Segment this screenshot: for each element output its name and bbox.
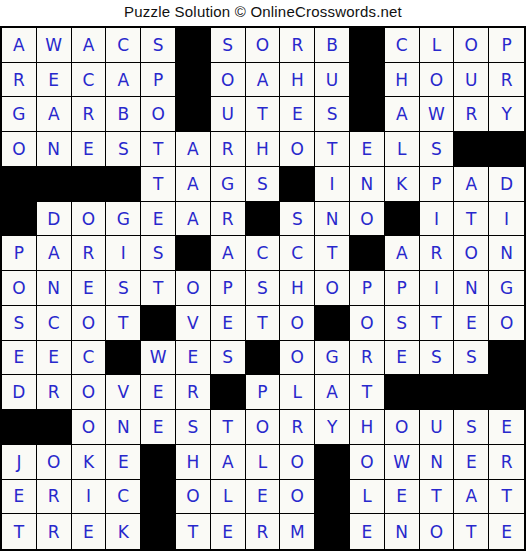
block-cell <box>315 445 350 480</box>
letter-cell: Y <box>489 97 524 132</box>
letter-cell: S <box>211 341 246 376</box>
letter-cell: R <box>176 375 211 410</box>
letter-cell: M <box>280 514 315 549</box>
letter-cell: P <box>350 271 385 306</box>
letter-cell: E <box>37 341 72 376</box>
letter-cell: S <box>106 132 141 167</box>
letter-cell: W <box>141 341 176 376</box>
letter-cell: O <box>315 271 350 306</box>
letter-cell: T <box>211 410 246 445</box>
letter-cell: S <box>246 167 281 202</box>
letter-cell: T <box>420 480 455 515</box>
block-cell <box>37 410 72 445</box>
letter-cell: E <box>72 132 107 167</box>
letter-cell: L <box>280 375 315 410</box>
letter-cell: R <box>2 63 37 98</box>
letter-cell: H <box>280 63 315 98</box>
letter-cell: L <box>385 132 420 167</box>
letter-cell: A <box>211 445 246 480</box>
letter-cell: C <box>37 306 72 341</box>
letter-cell: H <box>176 445 211 480</box>
letter-cell: S <box>141 236 176 271</box>
block-cell <box>350 97 385 132</box>
letter-cell: N <box>37 271 72 306</box>
block-cell <box>420 375 455 410</box>
letter-cell: A <box>37 97 72 132</box>
block-cell <box>2 202 37 237</box>
letter-cell: A <box>176 167 211 202</box>
block-cell <box>176 28 211 63</box>
letter-cell: R <box>37 375 72 410</box>
letter-cell: T <box>350 375 385 410</box>
letter-cell: S <box>454 341 489 376</box>
letter-cell: E <box>454 445 489 480</box>
letter-cell: E <box>350 514 385 549</box>
letter-cell: K <box>72 445 107 480</box>
block-cell <box>350 28 385 63</box>
letter-cell: C <box>106 480 141 515</box>
letter-cell: T <box>489 480 524 515</box>
letter-cell: H <box>385 63 420 98</box>
letter-cell: H <box>350 410 385 445</box>
letter-cell: E <box>37 63 72 98</box>
letter-cell: A <box>315 375 350 410</box>
letter-cell: I <box>315 167 350 202</box>
letter-cell: P <box>2 236 37 271</box>
letter-cell: E <box>2 480 37 515</box>
letter-cell: A <box>454 167 489 202</box>
letter-cell: R <box>211 202 246 237</box>
puzzle-solution-page: Puzzle Solution © OnlineCrosswords.net A… <box>0 0 526 551</box>
block-cell <box>141 445 176 480</box>
letter-cell: O <box>454 236 489 271</box>
letter-cell: E <box>106 445 141 480</box>
letter-cell: O <box>141 97 176 132</box>
letter-cell: E <box>489 410 524 445</box>
letter-cell: C <box>246 236 281 271</box>
letter-cell: N <box>315 202 350 237</box>
letter-cell: L <box>350 480 385 515</box>
letter-cell: O <box>72 375 107 410</box>
block-cell <box>141 306 176 341</box>
letter-cell: A <box>385 236 420 271</box>
letter-cell: T <box>141 132 176 167</box>
letter-cell: R <box>280 28 315 63</box>
block-cell <box>315 514 350 549</box>
letter-cell: O <box>2 271 37 306</box>
letter-cell: R <box>72 97 107 132</box>
block-cell <box>176 63 211 98</box>
letter-cell: T <box>141 167 176 202</box>
letter-cell: P <box>211 271 246 306</box>
letter-cell: N <box>106 410 141 445</box>
letter-cell: O <box>385 410 420 445</box>
letter-cell: R <box>420 236 455 271</box>
block-cell <box>350 236 385 271</box>
letter-cell: O <box>454 28 489 63</box>
block-cell <box>246 341 281 376</box>
letter-cell: E <box>454 306 489 341</box>
letter-cell: I <box>420 202 455 237</box>
letter-cell: C <box>385 28 420 63</box>
letter-cell: R <box>72 236 107 271</box>
letter-cell: E <box>350 132 385 167</box>
letter-cell: O <box>37 445 72 480</box>
letter-cell: I <box>489 202 524 237</box>
letter-cell: D <box>37 202 72 237</box>
letter-cell: E <box>246 480 281 515</box>
letter-cell: E <box>2 341 37 376</box>
letter-cell: T <box>141 271 176 306</box>
letter-cell: S <box>385 306 420 341</box>
letter-cell: U <box>211 97 246 132</box>
letter-cell: S <box>2 306 37 341</box>
letter-cell: O <box>420 514 455 549</box>
letter-cell: O <box>72 306 107 341</box>
letter-cell: O <box>280 132 315 167</box>
letter-cell: U <box>315 63 350 98</box>
letter-cell: N <box>420 445 455 480</box>
letter-cell: S <box>141 28 176 63</box>
letter-cell: P <box>489 28 524 63</box>
letter-cell: G <box>489 271 524 306</box>
letter-cell: L <box>246 445 281 480</box>
letter-cell: T <box>420 306 455 341</box>
block-cell <box>211 375 246 410</box>
letter-cell: C <box>106 28 141 63</box>
letter-cell: N <box>454 271 489 306</box>
letter-cell: O <box>211 63 246 98</box>
letter-cell: R <box>280 410 315 445</box>
letter-cell: T <box>246 306 281 341</box>
letter-cell: U <box>454 63 489 98</box>
letter-cell: R <box>211 132 246 167</box>
letter-cell: T <box>2 514 37 549</box>
letter-cell: E <box>489 514 524 549</box>
letter-cell: O <box>420 63 455 98</box>
letter-cell: A <box>454 480 489 515</box>
block-cell <box>315 306 350 341</box>
block-cell <box>454 132 489 167</box>
letter-cell: V <box>106 375 141 410</box>
letter-cell: W <box>420 97 455 132</box>
letter-cell: H <box>246 132 281 167</box>
letter-cell: P <box>385 271 420 306</box>
letter-cell: O <box>72 202 107 237</box>
letter-cell: O <box>280 445 315 480</box>
letter-cell: I <box>420 271 455 306</box>
letter-cell: T <box>454 514 489 549</box>
letter-cell: O <box>280 341 315 376</box>
letter-cell: S <box>420 132 455 167</box>
letter-cell: U <box>420 410 455 445</box>
block-cell <box>246 202 281 237</box>
letter-cell: G <box>106 202 141 237</box>
letter-cell: A <box>37 236 72 271</box>
letter-cell: O <box>176 480 211 515</box>
page-title: Puzzle Solution © OnlineCrosswords.net <box>0 0 526 26</box>
letter-cell: O <box>246 410 281 445</box>
letter-cell: E <box>72 271 107 306</box>
letter-cell: G <box>211 167 246 202</box>
letter-cell: E <box>211 306 246 341</box>
block-cell <box>72 167 107 202</box>
letter-cell: S <box>454 410 489 445</box>
block-cell <box>106 341 141 376</box>
letter-cell: O <box>350 306 385 341</box>
letter-cell: B <box>315 28 350 63</box>
letter-cell: A <box>2 28 37 63</box>
block-cell <box>2 410 37 445</box>
letter-cell: A <box>176 202 211 237</box>
letter-cell: S <box>315 97 350 132</box>
letter-cell: A <box>385 97 420 132</box>
letter-cell: E <box>141 410 176 445</box>
letter-cell: A <box>211 236 246 271</box>
letter-cell: O <box>176 271 211 306</box>
letter-cell: O <box>246 28 281 63</box>
letter-cell: T <box>176 514 211 549</box>
letter-cell: E <box>72 514 107 549</box>
letter-cell: K <box>106 514 141 549</box>
letter-cell: D <box>489 167 524 202</box>
block-cell <box>106 167 141 202</box>
block-cell <box>385 375 420 410</box>
block-cell <box>489 132 524 167</box>
letter-cell: A <box>246 63 281 98</box>
letter-cell: P <box>141 63 176 98</box>
letter-cell: P <box>420 167 455 202</box>
letter-cell: E <box>141 202 176 237</box>
letter-cell: S <box>211 28 246 63</box>
block-cell <box>489 375 524 410</box>
letter-cell: W <box>385 445 420 480</box>
letter-cell: I <box>72 480 107 515</box>
block-cell <box>141 514 176 549</box>
letter-cell: R <box>37 514 72 549</box>
letter-cell: R <box>246 514 281 549</box>
letter-cell: W <box>37 28 72 63</box>
letter-cell: S <box>280 202 315 237</box>
crossword-grid: AWACSSORBCLOPRECAPOAHUHOURGARBOUTESAWRYO… <box>0 26 526 551</box>
letter-cell: R <box>454 97 489 132</box>
letter-cell: T <box>315 236 350 271</box>
letter-cell: V <box>176 306 211 341</box>
letter-cell: S <box>420 341 455 376</box>
block-cell <box>176 236 211 271</box>
letter-cell: N <box>350 167 385 202</box>
letter-cell: I <box>106 236 141 271</box>
letter-cell: B <box>106 97 141 132</box>
letter-cell: O <box>489 306 524 341</box>
letter-cell: N <box>489 236 524 271</box>
letter-cell: A <box>72 28 107 63</box>
letter-cell: A <box>176 132 211 167</box>
block-cell <box>350 63 385 98</box>
block-cell <box>385 202 420 237</box>
block-cell <box>454 375 489 410</box>
letter-cell: L <box>420 28 455 63</box>
letter-cell: N <box>385 514 420 549</box>
block-cell <box>176 97 211 132</box>
letter-cell: O <box>2 132 37 167</box>
block-cell <box>489 341 524 376</box>
letter-cell: T <box>454 202 489 237</box>
letter-cell: G <box>315 341 350 376</box>
letter-cell: P <box>246 375 281 410</box>
letter-cell: E <box>141 375 176 410</box>
block-cell <box>315 480 350 515</box>
block-cell <box>2 167 37 202</box>
letter-cell: T <box>246 97 281 132</box>
letter-cell: D <box>2 375 37 410</box>
letter-cell: R <box>489 63 524 98</box>
letter-cell: E <box>385 341 420 376</box>
block-cell <box>141 480 176 515</box>
letter-cell: O <box>350 202 385 237</box>
letter-cell: Y <box>315 410 350 445</box>
letter-cell: C <box>72 63 107 98</box>
letter-cell: N <box>37 132 72 167</box>
letter-cell: L <box>211 480 246 515</box>
block-cell <box>37 167 72 202</box>
letter-cell: R <box>489 445 524 480</box>
letter-cell: J <box>2 445 37 480</box>
letter-cell: O <box>280 480 315 515</box>
letter-cell: G <box>2 97 37 132</box>
letter-cell: T <box>106 306 141 341</box>
letter-cell: E <box>385 480 420 515</box>
letter-cell: A <box>106 63 141 98</box>
letter-cell: O <box>72 410 107 445</box>
letter-cell: C <box>280 236 315 271</box>
letter-cell: E <box>176 341 211 376</box>
letter-cell: R <box>37 480 72 515</box>
letter-cell: O <box>350 445 385 480</box>
letter-cell: K <box>385 167 420 202</box>
letter-cell: C <box>72 341 107 376</box>
block-cell <box>280 167 315 202</box>
letter-cell: H <box>280 271 315 306</box>
letter-cell: E <box>280 97 315 132</box>
letter-cell: E <box>211 514 246 549</box>
letter-cell: S <box>176 410 211 445</box>
letter-cell: R <box>350 341 385 376</box>
letter-cell: O <box>280 306 315 341</box>
letter-cell: S <box>246 271 281 306</box>
letter-cell: S <box>106 271 141 306</box>
letter-cell: T <box>315 132 350 167</box>
